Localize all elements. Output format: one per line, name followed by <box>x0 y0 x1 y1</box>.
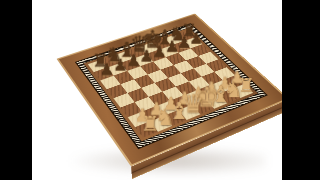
chess-board: ♜♞♝♛♚♝♞♜♟♟♟♟♟♟♟♟♟♟♟♟♟♟♟♟♜♞♝♛♚♝♞♜ <box>57 13 290 166</box>
chess-scene: ♜♞♝♛♚♝♞♜♟♟♟♟♟♟♟♟♟♟♟♟♟♟♟♟♜♞♝♛♚♝♞♜ <box>62 29 264 142</box>
page-root: ♜♞♝♛♚♝♞♜♟♟♟♟♟♟♟♟♟♟♟♟♟♟♟♟♜♞♝♛♚♝♞♜ <box>0 0 320 180</box>
pillarbox-right-bar <box>282 0 320 180</box>
pillarbox-left-bar <box>0 0 32 180</box>
case-outer-edge: ♜♞♝♛♚♝♞♜♟♟♟♟♟♟♟♟♟♟♟♟♟♟♟♟♜♞♝♛♚♝♞♜ <box>57 13 290 166</box>
square-a1: ♜ <box>135 121 158 137</box>
board-grid: ♜♞♝♛♚♝♞♜♟♟♟♟♟♟♟♟♟♟♟♟♟♟♟♟♜♞♝♛♚♝♞♜ <box>88 30 253 138</box>
board-frame: ♜♞♝♛♚♝♞♜♟♟♟♟♟♟♟♟♟♟♟♟♟♟♟♟♜♞♝♛♚♝♞♜ <box>59 15 287 165</box>
white-rook: ♜ <box>135 114 166 134</box>
black-pawn: ♟ <box>93 61 121 77</box>
